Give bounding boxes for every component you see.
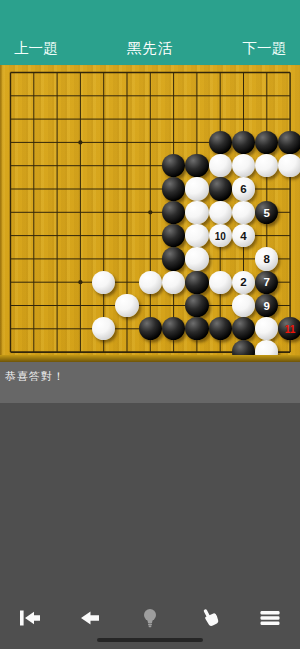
move-number: 8: [264, 254, 270, 266]
move-number: 9: [264, 300, 270, 312]
go-to-start-button[interactable]: [13, 601, 47, 635]
menu-button[interactable]: [253, 601, 287, 635]
bulb-icon: [138, 606, 162, 630]
move-number: 7: [264, 277, 270, 289]
stone-black-c13-r4: [278, 131, 300, 154]
stone-black-c11-r4: [232, 131, 255, 154]
stone-white-c10-r7: [209, 201, 232, 224]
move-number: 2: [240, 277, 246, 289]
move-number: 11: [285, 324, 296, 334]
hand-pointer-icon: [198, 606, 222, 630]
page-title: 黑先活: [127, 39, 174, 58]
stone-white-c8-r10: [162, 271, 185, 294]
stone-black-c9-r12: [185, 317, 208, 340]
undo-arrow-icon: [78, 606, 102, 630]
stone-white-c5-r10: [92, 271, 115, 294]
stone-white-c12-r13: [255, 340, 278, 362]
stone-black-c8-r7: [162, 201, 185, 224]
go-to-start-icon: [17, 606, 43, 630]
stone-white-c9-r6: [185, 177, 208, 200]
star-point: [148, 210, 152, 214]
home-indicator[interactable]: [97, 638, 203, 643]
stone-white-c6-r11: [115, 294, 138, 317]
star-point: [78, 280, 82, 284]
move-number: 5: [264, 207, 270, 219]
stone-white-c10-r8: 10: [209, 224, 232, 247]
stone-white-c7-r10: [139, 271, 162, 294]
star-point: [78, 140, 82, 144]
stone-black-c10-r6: [209, 177, 232, 200]
stone-white-c11-r6: 6: [232, 177, 255, 200]
result-message: 恭喜答對！: [0, 362, 300, 403]
app-screen: 上一題 黑先活 下一題 65104827911 恭喜答對！: [0, 0, 300, 649]
hand-pointer-button[interactable]: [193, 601, 227, 635]
stone-white-c11-r10: 2: [232, 271, 255, 294]
stone-white-c9-r7: [185, 201, 208, 224]
move-number: 4: [240, 230, 246, 242]
header-bar: 上一題 黑先活 下一題: [0, 0, 300, 65]
stone-black-c8-r6: [162, 177, 185, 200]
stone-black-c11-r13: [232, 340, 255, 362]
stone-white-c12-r9: 8: [255, 247, 278, 270]
stone-black-c9-r11: [185, 294, 208, 317]
go-board[interactable]: 65104827911: [0, 65, 300, 362]
stone-black-c9-r10: [185, 271, 208, 294]
prev-problem-button[interactable]: 上一題: [14, 39, 58, 58]
undo-move-button[interactable]: [73, 601, 107, 635]
stone-black-c10-r4: [209, 131, 232, 154]
lower-panel: [0, 403, 300, 649]
move-number: 10: [215, 231, 226, 241]
stone-white-c13-r5: [278, 154, 300, 177]
hint-bulb-button[interactable]: [133, 601, 167, 635]
title-bar: 上一題 黑先活 下一題: [0, 37, 300, 59]
stone-black-c8-r9: [162, 247, 185, 270]
toolbar: [0, 595, 300, 641]
stone-black-c9-r5: [185, 154, 208, 177]
stone-white-c11-r7: [232, 201, 255, 224]
stone-black-c13-r12: 11: [278, 317, 300, 340]
stone-white-c10-r10: [209, 271, 232, 294]
stone-white-c9-r9: [185, 247, 208, 270]
move-number: 6: [240, 184, 246, 196]
stone-white-c9-r8: [185, 224, 208, 247]
stone-white-c10-r5: [209, 154, 232, 177]
hamburger-menu-icon: [258, 606, 282, 630]
next-problem-button[interactable]: 下一題: [243, 39, 287, 58]
